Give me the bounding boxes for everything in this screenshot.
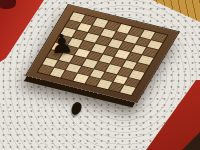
red-table-edge <box>140 80 200 150</box>
wood-floor <box>140 0 200 26</box>
photo-scene: ♟ <box>0 0 200 150</box>
black-pawn: ♟ <box>49 29 72 58</box>
board-latch <box>70 101 84 117</box>
chessboard <box>25 4 180 103</box>
